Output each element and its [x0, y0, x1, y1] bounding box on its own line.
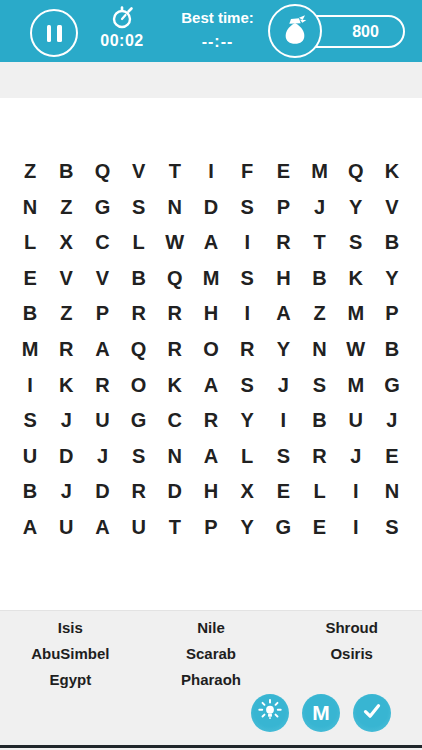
grid-cell-r3c6[interactable]: A	[193, 225, 229, 261]
grid-cell-r11c4[interactable]: U	[121, 509, 157, 545]
grid-cell-r8c4[interactable]: G	[121, 403, 157, 439]
grid-cell-r3c7[interactable]: I	[229, 225, 265, 261]
grid-cell-r6c11[interactable]: B	[374, 332, 410, 368]
grid-cell-r8c7[interactable]: Y	[229, 403, 265, 439]
grid-cell-r5c6[interactable]: H	[193, 296, 229, 332]
grid-cell-r9c11[interactable]: E	[374, 438, 410, 474]
grid-cell-r5c3[interactable]: P	[84, 296, 120, 332]
grid-cell-r3c10[interactable]: S	[338, 225, 374, 261]
grid-cell-r11c3[interactable]: A	[84, 509, 120, 545]
grid-cell-r3c4[interactable]: L	[121, 225, 157, 261]
grid-cell-r9c5[interactable]: N	[157, 438, 193, 474]
confirm-button[interactable]	[353, 694, 391, 732]
grid-cell-r11c7[interactable]: Y	[229, 509, 265, 545]
grid-cell-r11c9[interactable]: E	[301, 509, 337, 545]
coin-count: 800	[352, 23, 379, 41]
grid-cell-r7c4[interactable]: O	[121, 367, 157, 403]
grid-cell-r2c8[interactable]: P	[265, 190, 301, 226]
grid-cell-r4c2[interactable]: V	[48, 261, 84, 297]
grid-cell-r5c8[interactable]: A	[265, 296, 301, 332]
timer-display: 00:02	[86, 0, 158, 62]
word-item-isis: Isis	[0, 614, 141, 640]
grid-cell-r10c7[interactable]: X	[229, 474, 265, 510]
grid-cell-r10c11[interactable]: N	[374, 474, 410, 510]
grid-cell-r9c1[interactable]: U	[12, 438, 48, 474]
word-item-pharaoh: Pharaoh	[141, 666, 282, 692]
grid-cell-r7c5[interactable]: K	[157, 367, 193, 403]
timer-value: 00:02	[86, 32, 158, 50]
grid-cell-r4c1[interactable]: E	[12, 261, 48, 297]
word-item-egypt: Egypt	[0, 666, 141, 692]
grid-cell-r7c2[interactable]: K	[48, 367, 84, 403]
grid-cell-r10c8[interactable]: E	[265, 474, 301, 510]
grid-cell-r5c11[interactable]: P	[374, 296, 410, 332]
word-item-abusimbel: AbuSimbel	[0, 640, 141, 666]
grid-cell-r1c10[interactable]: Q	[338, 154, 374, 190]
grid-cell-r6c8[interactable]: Y	[265, 332, 301, 368]
grid-cell-r6c2[interactable]: R	[48, 332, 84, 368]
grid-cell-r10c10[interactable]: I	[338, 474, 374, 510]
grid-cell-r4c10[interactable]: K	[338, 261, 374, 297]
grid-cell-r4c7[interactable]: S	[229, 261, 265, 297]
grid-cell-r1c8[interactable]: E	[265, 154, 301, 190]
grid-cell-r3c9[interactable]: T	[301, 225, 337, 261]
grid-cell-r3c8[interactable]: R	[265, 225, 301, 261]
magnifier-button[interactable]: M	[302, 694, 340, 732]
word-list: IsisNileShroudAbuSimbelScarabOsirisEgypt…	[0, 614, 422, 692]
grid-cell-r1c6[interactable]: I	[193, 154, 229, 190]
grid-cell-r3c2[interactable]: X	[48, 225, 84, 261]
grid-cell-r1c1[interactable]: Z	[12, 154, 48, 190]
grid-cell-r8c8[interactable]: I	[265, 403, 301, 439]
grid-cell-r1c11[interactable]: K	[374, 154, 410, 190]
grid-cell-r2c10[interactable]: Y	[338, 190, 374, 226]
word-item-scarab: Scarab	[141, 640, 282, 666]
grid-cell-r1c7[interactable]: F	[229, 154, 265, 190]
light-bulb-icon	[257, 698, 283, 728]
grid-cell-r7c3[interactable]: R	[84, 367, 120, 403]
grid-cell-r9c2[interactable]: D	[48, 438, 84, 474]
grid-cell-r8c10[interactable]: U	[338, 403, 374, 439]
grid-cell-r5c5[interactable]: R	[157, 296, 193, 332]
best-time-display: Best time: --:--	[160, 0, 275, 62]
grid-cell-r1c2[interactable]: B	[48, 154, 84, 190]
grid-cell-r8c9[interactable]: B	[301, 403, 337, 439]
grid-cell-r4c5[interactable]: Q	[157, 261, 193, 297]
grid-cell-r2c4[interactable]: S	[121, 190, 157, 226]
grid-cell-r6c7[interactable]: R	[229, 332, 265, 368]
grid-cell-r11c5[interactable]: T	[157, 509, 193, 545]
grid-cell-r4c8[interactable]: H	[265, 261, 301, 297]
grid-cell-r3c3[interactable]: C	[84, 225, 120, 261]
grid-cell-r5c1[interactable]: B	[12, 296, 48, 332]
grid-cell-r5c4[interactable]: R	[121, 296, 157, 332]
grid-cell-r2c7[interactable]: S	[229, 190, 265, 226]
word-item-shroud: Shroud	[281, 614, 422, 640]
grid-cell-r9c9[interactable]: R	[301, 438, 337, 474]
coin-shop-button[interactable]	[268, 4, 322, 58]
word-search-screen: 00:02 Best time: --:-- 800 ZBQVTIFEMQKNZ…	[0, 0, 422, 750]
grid-cell-r7c1[interactable]: I	[12, 367, 48, 403]
grid-cell-r2c11[interactable]: V	[374, 190, 410, 226]
grid-cell-r6c3[interactable]: A	[84, 332, 120, 368]
grid-cell-r1c3[interactable]: Q	[84, 154, 120, 190]
grid-cell-r4c6[interactable]: M	[193, 261, 229, 297]
grid-cell-r3c1[interactable]: L	[12, 225, 48, 261]
grid-cell-r11c2[interactable]: U	[48, 509, 84, 545]
hint-button[interactable]	[251, 694, 289, 732]
grid-cell-r7c11[interactable]: G	[374, 367, 410, 403]
grid-cell-r5c7[interactable]: I	[229, 296, 265, 332]
grid-cell-r7c9[interactable]: S	[301, 367, 337, 403]
grid-cell-r2c6[interactable]: D	[193, 190, 229, 226]
grid-cell-r9c3[interactable]: J	[84, 438, 120, 474]
grid-cell-r4c4[interactable]: B	[121, 261, 157, 297]
grid-cell-r11c11[interactable]: S	[374, 509, 410, 545]
grid-cell-r5c9[interactable]: Z	[301, 296, 337, 332]
magnifier-m-label: M	[312, 701, 330, 725]
grid-cell-r7c8[interactable]: J	[265, 367, 301, 403]
grid-cell-r8c1[interactable]: S	[12, 403, 48, 439]
money-bag-icon	[279, 13, 311, 49]
grid-cell-r6c5[interactable]: R	[157, 332, 193, 368]
grid-cell-r7c10[interactable]: M	[338, 367, 374, 403]
grid-cell-r9c7[interactable]: L	[229, 438, 265, 474]
grid-cell-r9c8[interactable]: S	[265, 438, 301, 474]
grid-cell-r6c1[interactable]: M	[12, 332, 48, 368]
grid-cell-r7c7[interactable]: S	[229, 367, 265, 403]
grid-cell-r4c11[interactable]: Y	[374, 261, 410, 297]
grid-cell-r11c1[interactable]: A	[12, 509, 48, 545]
grid-cell-r11c6[interactable]: P	[193, 509, 229, 545]
grid-cell-r5c2[interactable]: Z	[48, 296, 84, 332]
grid-cell-r8c2[interactable]: J	[48, 403, 84, 439]
grid-cell-r10c3[interactable]: D	[84, 474, 120, 510]
grid-cell-r4c3[interactable]: V	[84, 261, 120, 297]
grid-cell-r2c1[interactable]: N	[12, 190, 48, 226]
grid-cell-r11c10[interactable]: I	[338, 509, 374, 545]
grid-cell-r2c2[interactable]: Z	[48, 190, 84, 226]
grid-cell-r3c11[interactable]: B	[374, 225, 410, 261]
pause-icon	[47, 25, 62, 42]
grid-cell-r1c9[interactable]: M	[301, 154, 337, 190]
grid-cell-r8c3[interactable]: U	[84, 403, 120, 439]
grid-cell-r10c6[interactable]: H	[193, 474, 229, 510]
grid-cell-r1c5[interactable]: T	[157, 154, 193, 190]
grid-cell-r8c11[interactable]: J	[374, 403, 410, 439]
pause-button[interactable]	[30, 9, 78, 57]
grid-cell-r10c4[interactable]: R	[121, 474, 157, 510]
grid-cell-r8c6[interactable]: R	[193, 403, 229, 439]
grid-cell-r9c6[interactable]: A	[193, 438, 229, 474]
grid-cell-r10c2[interactable]: J	[48, 474, 84, 510]
grid-cell-r9c10[interactable]: J	[338, 438, 374, 474]
grid-cell-r5c10[interactable]: M	[338, 296, 374, 332]
stopwatch-icon	[86, 3, 158, 30]
grid-cell-r6c9[interactable]: N	[301, 332, 337, 368]
grid-cell-r6c4[interactable]: Q	[121, 332, 157, 368]
grid-cell-r2c5[interactable]: N	[157, 190, 193, 226]
checkmark-icon	[359, 698, 385, 728]
grid-cell-r8c5[interactable]: C	[157, 403, 193, 439]
grid-cell-r7c6[interactable]: A	[193, 367, 229, 403]
grid-cell-r4c9[interactable]: B	[301, 261, 337, 297]
bottom-divider	[0, 745, 422, 748]
best-time-value: --:--	[160, 33, 275, 51]
grid-cell-r10c5[interactable]: D	[157, 474, 193, 510]
letter-grid: ZBQVTIFEMQKNZGSNDSPJYVLXCLWAIRTSBEVVBQMS…	[12, 154, 410, 545]
best-time-label: Best time:	[160, 9, 275, 26]
grid-cell-r2c9[interactable]: J	[301, 190, 337, 226]
grid-cell-r2c3[interactable]: G	[84, 190, 120, 226]
grid-cell-r9c4[interactable]: S	[121, 438, 157, 474]
grid-cell-r6c10[interactable]: W	[338, 332, 374, 368]
grid-cell-r11c8[interactable]: G	[265, 509, 301, 545]
grid-cell-r6c6[interactable]: O	[193, 332, 229, 368]
grid-cell-r10c9[interactable]: L	[301, 474, 337, 510]
grid-cell-r3c5[interactable]: W	[157, 225, 193, 261]
header-bar: 00:02 Best time: --:-- 800	[0, 0, 422, 62]
grid-cell-r1c4[interactable]: V	[121, 154, 157, 190]
word-item-osiris: Osiris	[281, 640, 422, 666]
grid-cell-r10c1[interactable]: B	[12, 474, 48, 510]
word-item-nile: Nile	[141, 614, 282, 640]
